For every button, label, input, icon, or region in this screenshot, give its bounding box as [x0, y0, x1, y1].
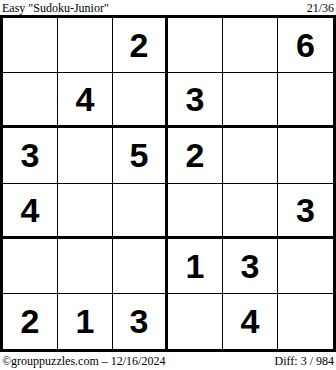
cell-r4c3[interactable] — [113, 184, 168, 239]
cell-r5c5: 3 — [223, 239, 278, 294]
given-digit: 5 — [130, 138, 149, 172]
given-digit: 1 — [76, 304, 95, 338]
copyright-text: ©grouppuzzles.com – 12/16/2024 — [2, 355, 165, 367]
given-digit: 3 — [21, 138, 40, 172]
cell-r6c2: 1 — [58, 294, 113, 349]
cell-r1c3: 2 — [113, 18, 168, 73]
page-footer: ©grouppuzzles.com – 12/16/2024 Diff: 3 /… — [0, 352, 336, 370]
cell-r4c5[interactable] — [223, 184, 278, 239]
cell-r2c4: 3 — [168, 73, 223, 128]
puzzle-counter: 21/36 — [307, 2, 334, 14]
cell-r4c2[interactable] — [58, 184, 113, 239]
page-header: Easy "Sudoku-Junior" 21/36 — [0, 0, 336, 15]
cell-r4c6: 3 — [278, 184, 333, 239]
cell-r2c3[interactable] — [113, 73, 168, 128]
cell-r5c1[interactable] — [3, 239, 58, 294]
cell-r4c4[interactable] — [168, 184, 223, 239]
given-digit: 3 — [186, 82, 205, 116]
cell-r2c1[interactable] — [3, 73, 58, 128]
given-digit: 3 — [130, 304, 149, 338]
cell-r1c2[interactable] — [58, 18, 113, 73]
cell-r3c4: 2 — [168, 128, 223, 183]
cell-r3c5[interactable] — [223, 128, 278, 183]
given-digit: 2 — [21, 304, 40, 338]
cell-r3c2[interactable] — [58, 128, 113, 183]
given-digit: 1 — [186, 249, 205, 283]
cell-r2c2: 4 — [58, 73, 113, 128]
given-digit: 3 — [296, 193, 315, 227]
cell-r2c5[interactable] — [223, 73, 278, 128]
cell-r1c4[interactable] — [168, 18, 223, 73]
given-digit: 2 — [130, 28, 149, 62]
cell-r5c2[interactable] — [58, 239, 113, 294]
given-digit: 6 — [296, 28, 315, 62]
difficulty-text: Diff: 3 / 984 — [275, 355, 334, 367]
cell-r6c4[interactable] — [168, 294, 223, 349]
cell-r3c6[interactable] — [278, 128, 333, 183]
puzzle-title: Easy "Sudoku-Junior" — [2, 2, 109, 14]
given-digit: 2 — [186, 138, 205, 172]
given-digit: 4 — [76, 82, 95, 116]
given-digit: 4 — [241, 304, 260, 338]
given-digit: 3 — [241, 249, 260, 283]
cell-r1c5[interactable] — [223, 18, 278, 73]
cell-r1c1[interactable] — [3, 18, 58, 73]
cell-r6c3: 3 — [113, 294, 168, 349]
sudoku-grid: 264335243132134 — [0, 15, 336, 352]
cell-r3c1: 3 — [3, 128, 58, 183]
cell-r6c1: 2 — [3, 294, 58, 349]
cell-r3c3: 5 — [113, 128, 168, 183]
cell-r2c6[interactable] — [278, 73, 333, 128]
cell-r4c1: 4 — [3, 184, 58, 239]
cell-r5c4: 1 — [168, 239, 223, 294]
cell-r5c3[interactable] — [113, 239, 168, 294]
cell-r5c6[interactable] — [278, 239, 333, 294]
cell-r1c6: 6 — [278, 18, 333, 73]
cell-r6c5: 4 — [223, 294, 278, 349]
given-digit: 4 — [21, 193, 40, 227]
cell-r6c6[interactable] — [278, 294, 333, 349]
